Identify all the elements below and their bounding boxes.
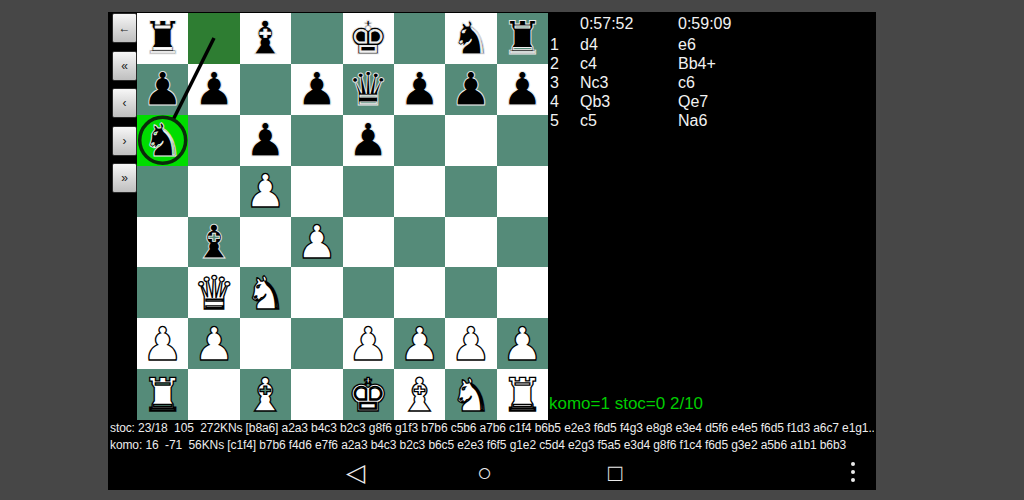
square-a3[interactable] [137, 267, 188, 318]
white-queen: ♛ [193, 268, 234, 318]
square-h2[interactable]: ♟ [497, 318, 548, 369]
move-number: 2 [548, 54, 580, 73]
black-move: e6 [678, 35, 870, 54]
step-forward-button[interactable]: › [112, 126, 137, 156]
square-g2[interactable]: ♟ [445, 318, 496, 369]
square-g5[interactable] [445, 166, 496, 217]
black-knight: ♞ [450, 13, 491, 63]
overflow-menu-icon[interactable] [851, 462, 855, 482]
black-king: ♚ [348, 13, 389, 63]
fast-forward-button[interactable]: » [112, 163, 137, 193]
black-pawn: ♟ [193, 64, 234, 114]
square-f5[interactable] [394, 166, 445, 217]
white-knight: ♞ [245, 268, 286, 318]
square-h6[interactable] [497, 115, 548, 166]
square-f8[interactable] [394, 13, 445, 64]
square-c2[interactable] [240, 318, 291, 369]
square-f4[interactable] [394, 217, 445, 268]
square-h1[interactable]: ♜ [497, 369, 548, 420]
black-pawn: ♟ [348, 115, 389, 165]
move-number: 3 [548, 73, 580, 92]
square-d3[interactable] [291, 267, 342, 318]
square-d1[interactable] [291, 369, 342, 420]
clock-row: 0:57:52 0:59:09 [548, 14, 870, 35]
square-f1[interactable]: ♝ [394, 369, 445, 420]
black-pawn: ♟ [502, 64, 543, 114]
move-number: 5 [548, 111, 580, 130]
square-c3[interactable]: ♞ [240, 267, 291, 318]
square-f3[interactable] [394, 267, 445, 318]
move-list: 0:57:52 0:59:09 1d4e62c4Bb4+3Nc3c64Qb3Qe… [548, 14, 870, 130]
screen: { "game": "chess", "position": { "fen": … [0, 0, 1024, 500]
square-d5[interactable] [291, 166, 342, 217]
move-number: 4 [548, 92, 580, 111]
android-recents-icon[interactable]: □ [608, 459, 623, 487]
square-f2[interactable]: ♟ [394, 318, 445, 369]
android-home-icon[interactable]: ○ [477, 458, 492, 487]
square-b2[interactable]: ♟ [188, 318, 239, 369]
square-g6[interactable] [445, 115, 496, 166]
square-e4[interactable] [343, 217, 394, 268]
square-a5[interactable] [137, 166, 188, 217]
white-pawn: ♟ [450, 319, 491, 369]
black-clock: 0:59:09 [678, 14, 870, 35]
square-c5[interactable]: ♟ [240, 166, 291, 217]
square-b1[interactable] [188, 369, 239, 420]
square-d6[interactable] [291, 115, 342, 166]
black-move: c6 [678, 73, 870, 92]
square-c4[interactable] [240, 217, 291, 268]
black-pawn: ♟ [399, 64, 440, 114]
white-clock: 0:57:52 [580, 14, 678, 35]
white-pawn: ♟ [245, 166, 286, 216]
white-bishop: ♝ [399, 370, 440, 420]
white-pawn: ♟ [399, 319, 440, 369]
square-h7[interactable]: ♟ [497, 64, 548, 115]
move-row-4[interactable]: 4Qb3Qe7 [548, 92, 870, 111]
white-pawn: ♟ [296, 217, 337, 267]
square-f7[interactable]: ♟ [394, 64, 445, 115]
black-move: Na6 [678, 111, 870, 130]
white-pawn: ♟ [348, 319, 389, 369]
white-move: d4 [580, 35, 678, 54]
black-rook: ♜ [142, 13, 183, 63]
square-e6[interactable]: ♟ [343, 115, 394, 166]
black-pawn: ♟ [450, 64, 491, 114]
square-b5[interactable] [188, 166, 239, 217]
move-row-1[interactable]: 1d4e6 [548, 35, 870, 54]
square-a2[interactable]: ♟ [137, 318, 188, 369]
chess-board[interactable]: ♜♝♚♞♜♟♟♟♛♟♟♟♞♟♟♟♝♟♛♞♟♟♟♟♟♟♜♝♚♝♞♜ [137, 13, 548, 420]
move-row-3[interactable]: 3Nc3c6 [548, 73, 870, 92]
black-move: Bb4+ [678, 54, 870, 73]
fast-back-button[interactable]: « [112, 51, 137, 81]
square-d7[interactable]: ♟ [291, 64, 342, 115]
white-move: Qb3 [580, 92, 678, 111]
square-d2[interactable] [291, 318, 342, 369]
square-c8[interactable]: ♝ [240, 13, 291, 64]
move-rows: 1d4e62c4Bb4+3Nc3c64Qb3Qe75c5Na6 [548, 35, 870, 130]
step-back-button[interactable]: ‹ [112, 88, 137, 118]
square-a4[interactable] [137, 217, 188, 268]
black-pawn: ♟ [245, 115, 286, 165]
black-bishop: ♝ [245, 13, 286, 63]
square-d8[interactable] [291, 13, 342, 64]
engine-line-komo: komo: 16 -71 56KNs [c1f4] b7b6 f4d6 e7f6… [110, 438, 874, 454]
square-e5[interactable] [343, 166, 394, 217]
square-e7[interactable]: ♛ [343, 64, 394, 115]
square-b6[interactable] [188, 115, 239, 166]
black-move: Qe7 [678, 92, 870, 111]
square-e1[interactable]: ♚ [343, 369, 394, 420]
black-bishop: ♝ [193, 217, 234, 267]
black-knight: ♞ [142, 115, 183, 165]
square-e3[interactable] [343, 267, 394, 318]
white-king: ♚ [348, 370, 389, 420]
square-c6[interactable]: ♟ [240, 115, 291, 166]
white-move: c5 [580, 111, 678, 130]
white-rook: ♜ [502, 370, 543, 420]
square-b3[interactable]: ♛ [188, 267, 239, 318]
square-e2[interactable]: ♟ [343, 318, 394, 369]
black-queen: ♛ [348, 64, 389, 114]
square-f6[interactable] [394, 115, 445, 166]
square-h4[interactable] [497, 217, 548, 268]
white-rook: ♜ [142, 370, 183, 420]
square-b8[interactable] [188, 13, 239, 64]
black-pawn: ♟ [296, 64, 337, 114]
engine-status: komo=1 stoc=0 2/10 [549, 394, 703, 414]
square-b4[interactable]: ♝ [188, 217, 239, 268]
move-number: 1 [548, 35, 580, 54]
square-g8[interactable]: ♞ [445, 13, 496, 64]
square-g7[interactable]: ♟ [445, 64, 496, 115]
square-g1[interactable]: ♞ [445, 369, 496, 420]
black-rook: ♜ [502, 13, 543, 63]
square-g4[interactable] [445, 217, 496, 268]
jump-start-button[interactable]: ← [112, 13, 137, 43]
move-row-5[interactable]: 5c5Na6 [548, 111, 870, 130]
move-row-2[interactable]: 2c4Bb4+ [548, 54, 870, 73]
white-bishop: ♝ [245, 370, 286, 420]
square-h3[interactable] [497, 267, 548, 318]
square-b7[interactable]: ♟ [188, 64, 239, 115]
white-pawn: ♟ [142, 319, 183, 369]
square-a1[interactable]: ♜ [137, 369, 188, 420]
white-move: Nc3 [580, 73, 678, 92]
black-pawn: ♟ [142, 64, 183, 114]
square-c1[interactable]: ♝ [240, 369, 291, 420]
square-a6[interactable]: ♞ [137, 115, 188, 166]
white-move: c4 [580, 54, 678, 73]
square-e8[interactable]: ♚ [343, 13, 394, 64]
engine-line-stoc: stoc: 23/18 105 272KNs [b8a6] a2a3 b4c3 … [110, 421, 874, 437]
white-pawn: ♟ [502, 319, 543, 369]
white-pawn: ♟ [193, 319, 234, 369]
square-d4[interactable]: ♟ [291, 217, 342, 268]
square-h5[interactable] [497, 166, 548, 217]
square-g3[interactable] [445, 267, 496, 318]
square-c7[interactable] [240, 64, 291, 115]
android-back-icon[interactable]: ◁ [346, 458, 365, 487]
square-h8[interactable]: ♜ [497, 13, 548, 64]
square-a7[interactable]: ♟ [137, 64, 188, 115]
square-a8[interactable]: ♜ [137, 13, 188, 64]
white-knight: ♞ [450, 370, 491, 420]
